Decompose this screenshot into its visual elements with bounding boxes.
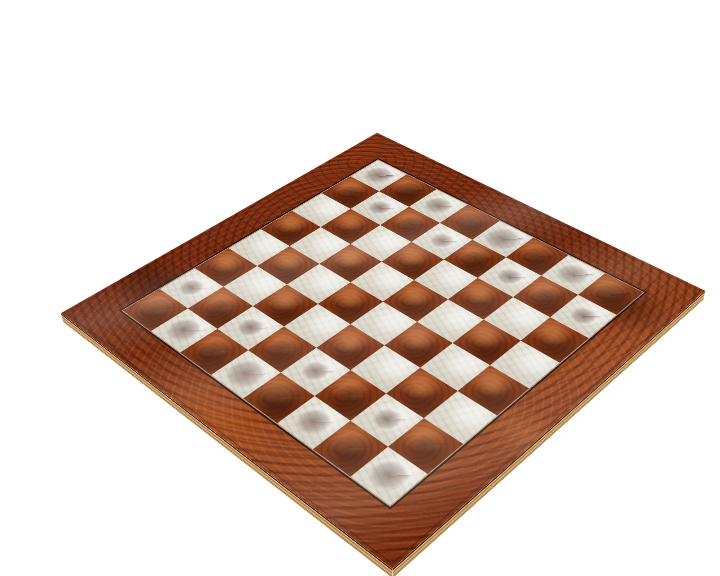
perspective-scene: ♜♞♝♛♚♝♞♜♟♟♟♟♟♟♟♟♟♟♟♟♟♟♟♟♜♞♝♛♚♝♞♜ bbox=[0, 0, 720, 576]
camera-tilt-wrapper: ♜♞♝♛♚♝♞♜♟♟♟♟♟♟♟♟♟♟♟♟♟♟♟♟♜♞♝♛♚♝♞♜ bbox=[0, 0, 720, 576]
chess-board: ♜♞♝♛♚♝♞♜♟♟♟♟♟♟♟♟♟♟♟♟♟♟♟♟♜♞♝♛♚♝♞♜ bbox=[61, 133, 705, 569]
product-photo-stage: ♜♞♝♛♚♝♞♜♟♟♟♟♟♟♟♟♟♟♟♟♟♟♟♟♜♞♝♛♚♝♞♜ bbox=[0, 0, 720, 576]
